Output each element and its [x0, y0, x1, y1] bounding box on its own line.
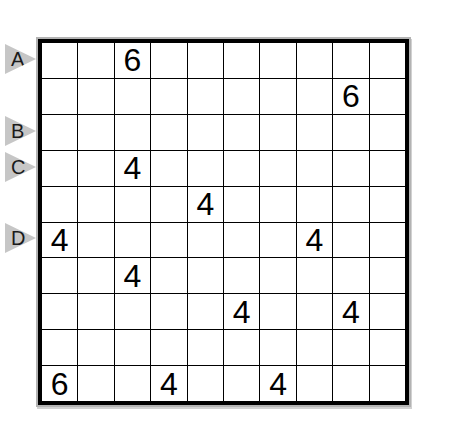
cell-r9c3[interactable] — [115, 330, 150, 365]
cell-r6c2[interactable] — [78, 223, 113, 258]
cell-r9c4[interactable] — [151, 330, 186, 365]
cell-r1c7[interactable] — [260, 43, 295, 78]
cell-r1c1[interactable] — [42, 43, 77, 78]
cell-r6c10[interactable] — [370, 223, 405, 258]
cell-r2c9: 6 — [333, 79, 368, 114]
puzzle-board: 664444444644 — [36, 37, 411, 407]
cell-r7c9[interactable] — [333, 258, 368, 293]
cell-r6c6[interactable] — [224, 223, 259, 258]
cell-r7c2[interactable] — [78, 258, 113, 293]
cell-r9c6[interactable] — [224, 330, 259, 365]
cell-r3c1[interactable] — [42, 115, 77, 150]
cell-r5c10[interactable] — [370, 187, 405, 222]
cell-r3c5[interactable] — [188, 115, 223, 150]
cell-r7c7[interactable] — [260, 258, 295, 293]
cell-r4c4[interactable] — [151, 151, 186, 186]
cell-r10c1: 6 — [42, 366, 77, 401]
row-arrow-marker-b-icon: B — [5, 116, 36, 146]
cell-r7c1[interactable] — [42, 258, 77, 293]
cell-r2c5[interactable] — [188, 79, 223, 114]
row-arrow-marker-a-icon: A — [5, 44, 36, 74]
cell-r6c5[interactable] — [188, 223, 223, 258]
cell-r4c9[interactable] — [333, 151, 368, 186]
cell-r6c9[interactable] — [333, 223, 368, 258]
cell-r5c2[interactable] — [78, 187, 113, 222]
cell-r1c4[interactable] — [151, 43, 186, 78]
cell-r7c5[interactable] — [188, 258, 223, 293]
cell-r2c6[interactable] — [224, 79, 259, 114]
puzzle-grid: 664444444644 — [42, 43, 405, 401]
cell-r3c2[interactable] — [78, 115, 113, 150]
cell-r1c3: 6 — [115, 43, 150, 78]
cell-r1c5[interactable] — [188, 43, 223, 78]
cell-r1c8[interactable] — [297, 43, 332, 78]
cell-r10c7: 4 — [260, 366, 295, 401]
cell-r6c3[interactable] — [115, 223, 150, 258]
cell-r5c1[interactable] — [42, 187, 77, 222]
board-frame: 664444444644 — [38, 39, 409, 405]
cell-r3c10[interactable] — [370, 115, 405, 150]
cell-r8c5[interactable] — [188, 294, 223, 329]
cell-r1c2[interactable] — [78, 43, 113, 78]
puzzle-page: 664444444644 ABCD — [0, 0, 450, 443]
cell-r8c1[interactable] — [42, 294, 77, 329]
cell-r10c9[interactable] — [333, 366, 368, 401]
cell-r1c10[interactable] — [370, 43, 405, 78]
cell-r5c4[interactable] — [151, 187, 186, 222]
cell-r4c6[interactable] — [224, 151, 259, 186]
cell-r9c9[interactable] — [333, 330, 368, 365]
cell-r10c4: 4 — [151, 366, 186, 401]
cell-r4c2[interactable] — [78, 151, 113, 186]
cell-r8c7[interactable] — [260, 294, 295, 329]
row-arrow-marker-c-icon: C — [5, 152, 36, 182]
cell-r5c3[interactable] — [115, 187, 150, 222]
cell-r6c8: 4 — [297, 223, 332, 258]
cell-r6c1: 4 — [42, 223, 77, 258]
cell-r10c6[interactable] — [224, 366, 259, 401]
cell-r9c5[interactable] — [188, 330, 223, 365]
cell-r8c8[interactable] — [297, 294, 332, 329]
cell-r8c10[interactable] — [370, 294, 405, 329]
row-arrow-marker-d-icon: D — [5, 223, 36, 253]
cell-r5c5: 4 — [188, 187, 223, 222]
cell-r4c5[interactable] — [188, 151, 223, 186]
cell-r2c3[interactable] — [115, 79, 150, 114]
cell-r8c6: 4 — [224, 294, 259, 329]
cell-r3c7[interactable] — [260, 115, 295, 150]
cell-r10c2[interactable] — [78, 366, 113, 401]
cell-r1c9[interactable] — [333, 43, 368, 78]
cell-r3c8[interactable] — [297, 115, 332, 150]
cell-r9c8[interactable] — [297, 330, 332, 365]
cell-r8c9: 4 — [333, 294, 368, 329]
cell-r8c3[interactable] — [115, 294, 150, 329]
cell-r9c1[interactable] — [42, 330, 77, 365]
cell-r4c10[interactable] — [370, 151, 405, 186]
cell-r2c7[interactable] — [260, 79, 295, 114]
row-marker-label-c: C — [5, 157, 25, 177]
cell-r10c10[interactable] — [370, 366, 405, 401]
cell-r3c3[interactable] — [115, 115, 150, 150]
cell-r4c3: 4 — [115, 151, 150, 186]
cell-r7c3: 4 — [115, 258, 150, 293]
cell-r6c4[interactable] — [151, 223, 186, 258]
cell-r5c7[interactable] — [260, 187, 295, 222]
cell-r5c8[interactable] — [297, 187, 332, 222]
cell-r7c6[interactable] — [224, 258, 259, 293]
cell-r3c4[interactable] — [151, 115, 186, 150]
cell-r2c2[interactable] — [78, 79, 113, 114]
row-marker-label-b: B — [5, 121, 24, 141]
cell-r3c9[interactable] — [333, 115, 368, 150]
cell-r10c8[interactable] — [297, 366, 332, 401]
cell-r5c9[interactable] — [333, 187, 368, 222]
cell-r4c7[interactable] — [260, 151, 295, 186]
cell-r2c8[interactable] — [297, 79, 332, 114]
cell-r7c10[interactable] — [370, 258, 405, 293]
cell-r10c3[interactable] — [115, 366, 150, 401]
cell-r4c8[interactable] — [297, 151, 332, 186]
cell-r9c7[interactable] — [260, 330, 295, 365]
cell-r2c10[interactable] — [370, 79, 405, 114]
cell-r3c6[interactable] — [224, 115, 259, 150]
cell-r10c5[interactable] — [188, 366, 223, 401]
cell-r8c4[interactable] — [151, 294, 186, 329]
cell-r6c7[interactable] — [260, 223, 295, 258]
cell-r2c4[interactable] — [151, 79, 186, 114]
cell-r7c8[interactable] — [297, 258, 332, 293]
row-marker-label-a: A — [5, 49, 24, 69]
cell-r2c1[interactable] — [42, 79, 77, 114]
cell-r1c6[interactable] — [224, 43, 259, 78]
cell-r9c10[interactable] — [370, 330, 405, 365]
cell-r7c4[interactable] — [151, 258, 186, 293]
cell-r5c6[interactable] — [224, 187, 259, 222]
cell-r4c1[interactable] — [42, 151, 77, 186]
row-marker-label-d: D — [5, 228, 25, 248]
cell-r9c2[interactable] — [78, 330, 113, 365]
cell-r8c2[interactable] — [78, 294, 113, 329]
